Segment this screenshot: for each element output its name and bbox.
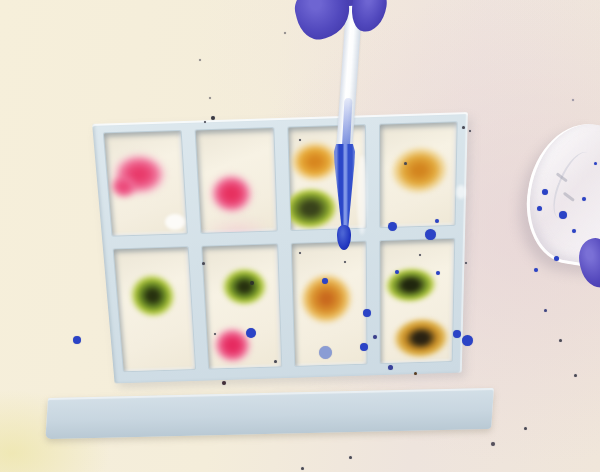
dark-speck — [284, 32, 286, 34]
dye-tray — [92, 112, 468, 383]
green-dye-spot — [121, 266, 184, 324]
dark-speck — [199, 59, 201, 61]
green-dye-spot — [379, 262, 444, 309]
blue-droplet — [534, 268, 538, 272]
well-4 — [379, 121, 458, 228]
green-dye-spot — [214, 261, 275, 312]
pink-wash — [195, 208, 277, 234]
orange-dye-spot — [381, 137, 457, 203]
well-5 — [113, 246, 197, 372]
blue-droplet — [73, 336, 81, 344]
orange-dye-spot — [387, 312, 455, 364]
dark-speck — [574, 374, 577, 377]
tray-front-face — [45, 388, 494, 439]
blue-droplet — [462, 335, 473, 346]
dark-speck — [559, 339, 562, 342]
blue-droplet — [544, 309, 547, 312]
dark-speck — [572, 99, 574, 101]
glove-thumb — [291, 0, 356, 44]
glove-palm — [306, 0, 376, 6]
scene — [0, 0, 600, 472]
green-dye-spot — [287, 179, 347, 231]
well-3 — [287, 124, 367, 231]
well-7 — [290, 241, 367, 367]
dark-speck — [209, 97, 211, 99]
well-6 — [201, 243, 281, 369]
dark-speck — [469, 130, 471, 132]
well-2 — [195, 127, 277, 234]
dark-speck — [491, 442, 495, 446]
gloved-hand — [0, 0, 600, 80]
dark-speck — [222, 381, 226, 385]
dark-speck — [465, 262, 467, 264]
dark-speck — [524, 427, 527, 430]
glove-finger — [348, 0, 389, 34]
orange-dye-spot — [293, 266, 360, 332]
well-8 — [379, 238, 455, 364]
well-1 — [103, 130, 188, 237]
glass-edge-reflection — [545, 147, 600, 225]
dark-speck — [301, 467, 304, 470]
dark-speck — [349, 456, 352, 459]
tray-grid — [92, 112, 468, 383]
pink-dye-spot — [208, 322, 257, 369]
